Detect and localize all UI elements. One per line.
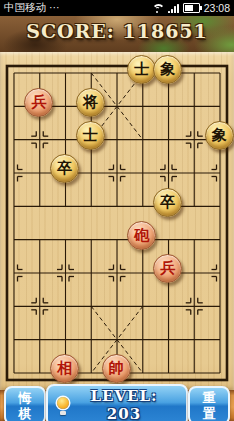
carrier-label: 中国移动 ··· [4,1,59,15]
red-soldier-piece[interactable]: 兵 [24,88,53,117]
wifi-icon [151,3,164,13]
score-text: SCORE: 118651 [0,20,234,42]
app-root: 中国移动 ··· 23:08 SCORE: 118651 士象兵将士象卒卒砲兵相… [0,0,234,421]
level-label: LEVEL: 203 [74,387,174,421]
black-elephant-piece[interactable]: 象 [153,55,182,84]
black-advisor-piece[interactable]: 士 [127,55,156,84]
red-general-piece[interactable]: 帥 [102,354,131,383]
xiangqi-board[interactable]: 士象兵将士象卒卒砲兵相帥 [0,52,234,390]
hint-lightbulb-icon [56,396,69,415]
black-elephant-piece[interactable]: 象 [205,121,234,150]
black-soldier-piece[interactable]: 卒 [153,188,182,217]
score-header: SCORE: 118651 [0,16,234,52]
toolbar: 悔棋 LEVEL: 203 重置 [0,390,234,421]
level-hint-button[interactable]: LEVEL: 203 [46,384,188,421]
black-advisor-piece[interactable]: 士 [76,121,105,150]
clock-label: 23:08 [204,2,230,14]
status-icons: 23:08 [151,2,230,14]
signal-strength-icon [168,3,179,13]
reset-button[interactable]: 重置 [188,386,230,421]
battery-icon [183,3,200,13]
black-general-piece[interactable]: 将 [76,88,105,117]
status-bar: 中国移动 ··· 23:08 [0,0,234,16]
undo-button[interactable]: 悔棋 [4,386,46,421]
